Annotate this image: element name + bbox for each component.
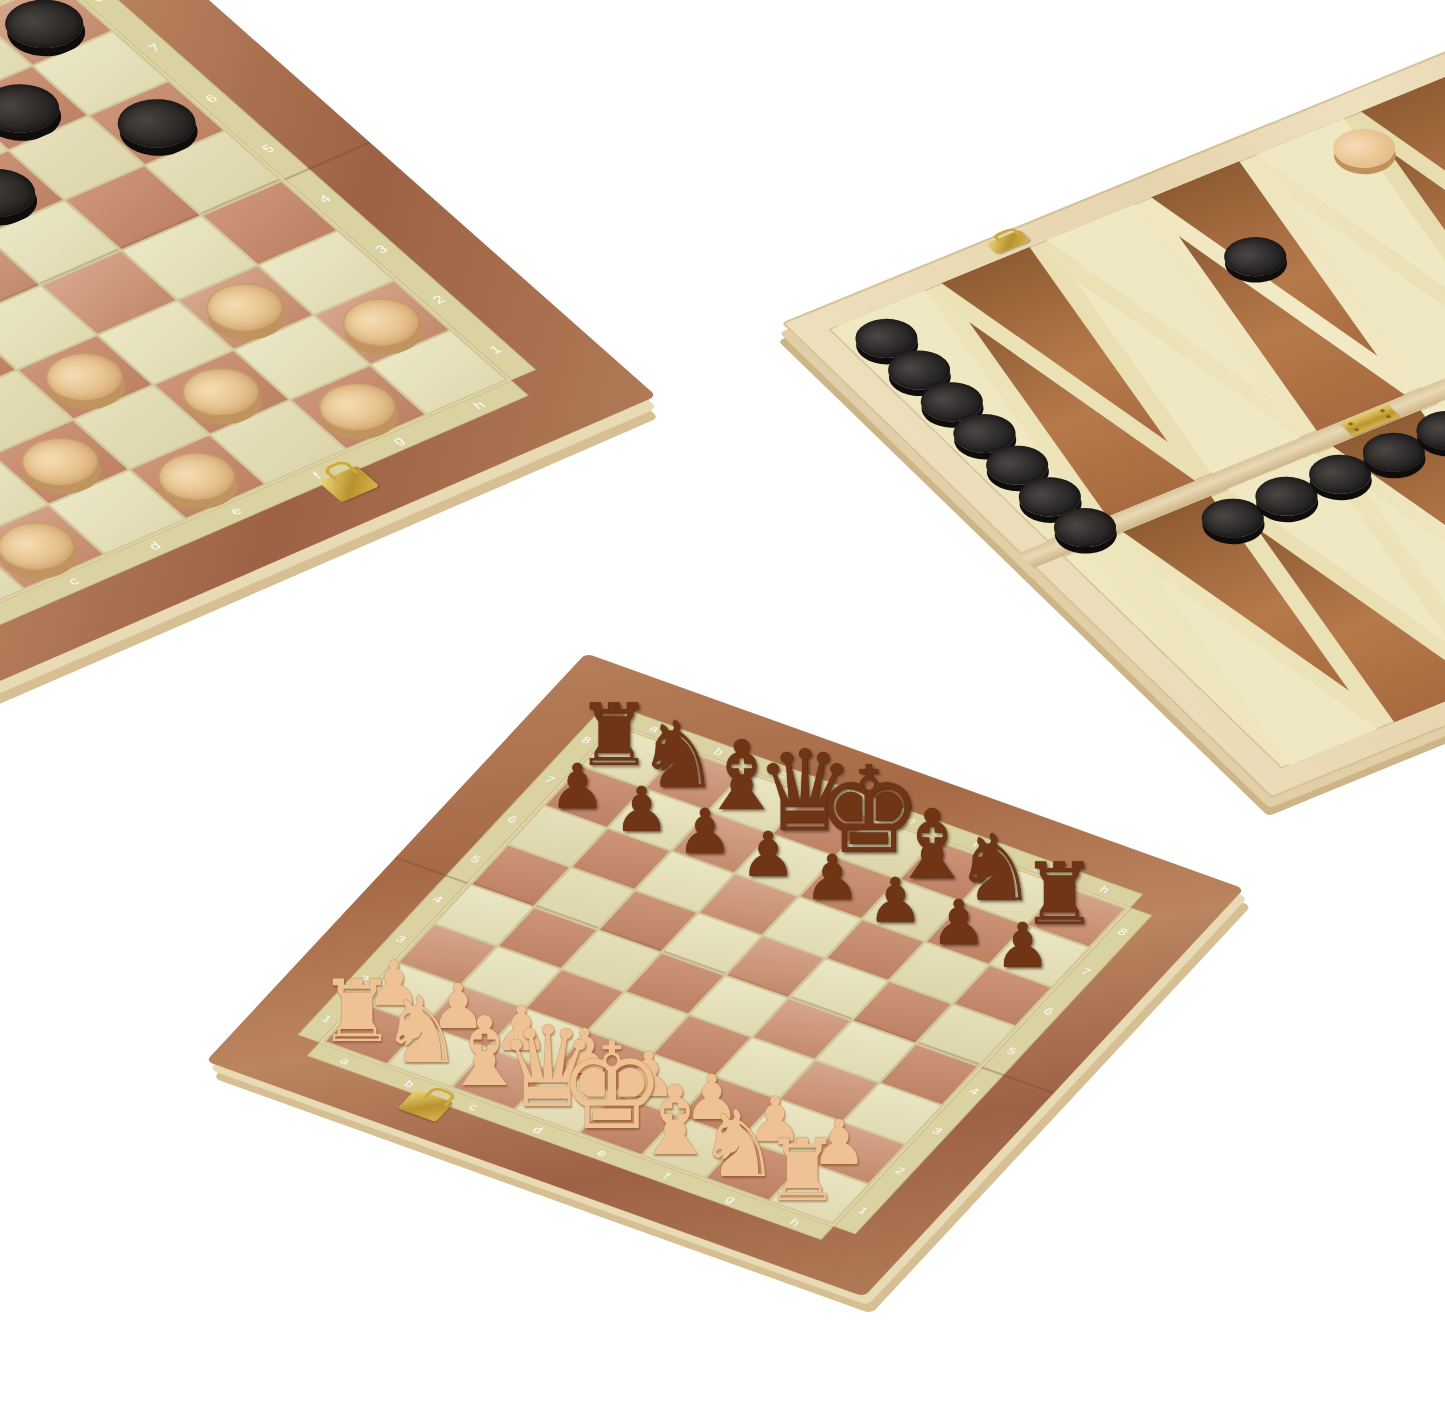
chess-board-face: abcdefgh abcdefgh 12345678 12345678 ♜♞♝♛…	[206, 653, 1244, 1297]
backgammon-board	[781, 42, 1445, 799]
chess-playing-field: ♜♞♝♛♚♝♞♜♟♟♟♟♟♟♟♟♟♟♟♟♟♟♟♟♜♞♝♛♚♝♞♜	[319, 723, 1130, 1226]
checkers-board-face: abcdefgh abcdefgh 12345678 12345678	[0, 0, 656, 752]
checkers-playing-field	[0, 0, 512, 662]
chess-board: abcdefgh abcdefgh 12345678 12345678 ♜♞♝♛…	[206, 653, 1244, 1297]
product-photo-canvas: abcdefgh abcdefgh 12345678 12345678 abcd…	[0, 0, 1445, 1413]
backgammon-case	[781, 42, 1445, 799]
brass-clasp-icon	[319, 466, 380, 503]
checkers-board: abcdefgh abcdefgh 12345678 12345678	[0, 0, 656, 752]
brass-clasp-icon	[398, 1089, 454, 1122]
